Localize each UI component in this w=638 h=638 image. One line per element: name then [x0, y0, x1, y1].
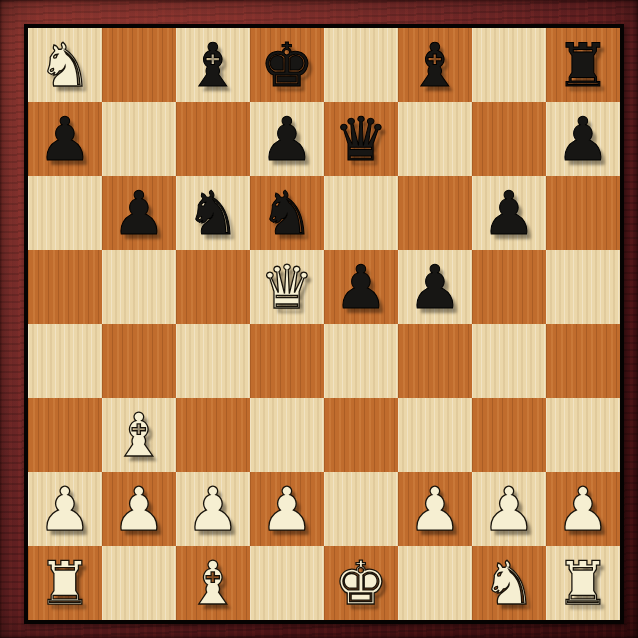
square-c8[interactable]: ♝ — [176, 28, 250, 102]
square-h1[interactable]: ♜ — [546, 546, 620, 620]
square-g7[interactable] — [472, 102, 546, 176]
square-b1[interactable] — [102, 546, 176, 620]
piece-white-pawn[interactable]: ♟ — [186, 479, 240, 539]
square-b6[interactable]: ♟ — [102, 176, 176, 250]
square-f5[interactable]: ♟ — [398, 250, 472, 324]
piece-black-knight[interactable]: ♞ — [186, 183, 240, 243]
piece-white-queen[interactable]: ♛ — [260, 257, 314, 317]
square-b2[interactable]: ♟ — [102, 472, 176, 546]
piece-white-rook[interactable]: ♜ — [556, 553, 610, 613]
piece-black-pawn[interactable]: ♟ — [112, 183, 166, 243]
square-f4[interactable] — [398, 324, 472, 398]
square-e3[interactable] — [324, 398, 398, 472]
square-f3[interactable] — [398, 398, 472, 472]
square-e4[interactable] — [324, 324, 398, 398]
square-h2[interactable]: ♟ — [546, 472, 620, 546]
piece-white-pawn[interactable]: ♟ — [260, 479, 314, 539]
square-f1[interactable] — [398, 546, 472, 620]
square-e7[interactable]: ♛ — [324, 102, 398, 176]
square-a5[interactable] — [28, 250, 102, 324]
piece-black-pawn[interactable]: ♟ — [408, 257, 462, 317]
square-f7[interactable] — [398, 102, 472, 176]
square-c6[interactable]: ♞ — [176, 176, 250, 250]
square-d1[interactable] — [250, 546, 324, 620]
piece-white-pawn[interactable]: ♟ — [112, 479, 166, 539]
square-d6[interactable]: ♞ — [250, 176, 324, 250]
piece-black-knight[interactable]: ♞ — [260, 183, 314, 243]
piece-white-king[interactable]: ♚ — [334, 553, 388, 613]
piece-white-pawn[interactable]: ♟ — [482, 479, 536, 539]
piece-black-pawn[interactable]: ♟ — [482, 183, 536, 243]
square-a8[interactable]: ♞ — [28, 28, 102, 102]
square-d5[interactable]: ♛ — [250, 250, 324, 324]
square-g2[interactable]: ♟ — [472, 472, 546, 546]
square-e2[interactable] — [324, 472, 398, 546]
square-d7[interactable]: ♟ — [250, 102, 324, 176]
square-h6[interactable] — [546, 176, 620, 250]
square-e8[interactable] — [324, 28, 398, 102]
square-a1[interactable]: ♜ — [28, 546, 102, 620]
square-c2[interactable]: ♟ — [176, 472, 250, 546]
piece-black-bishop[interactable]: ♝ — [408, 35, 462, 95]
square-h3[interactable] — [546, 398, 620, 472]
square-f6[interactable] — [398, 176, 472, 250]
square-a4[interactable] — [28, 324, 102, 398]
square-g5[interactable] — [472, 250, 546, 324]
piece-white-bishop[interactable]: ♝ — [186, 553, 240, 613]
square-b4[interactable] — [102, 324, 176, 398]
square-f8[interactable]: ♝ — [398, 28, 472, 102]
piece-white-knight[interactable]: ♞ — [38, 35, 92, 95]
square-g1[interactable]: ♞ — [472, 546, 546, 620]
square-f2[interactable]: ♟ — [398, 472, 472, 546]
square-e1[interactable]: ♚ — [324, 546, 398, 620]
piece-black-pawn[interactable]: ♟ — [334, 257, 388, 317]
piece-white-rook[interactable]: ♜ — [38, 553, 92, 613]
piece-black-pawn[interactable]: ♟ — [556, 109, 610, 169]
piece-white-pawn[interactable]: ♟ — [408, 479, 462, 539]
square-h7[interactable]: ♟ — [546, 102, 620, 176]
piece-black-pawn[interactable]: ♟ — [260, 109, 314, 169]
square-b8[interactable] — [102, 28, 176, 102]
square-g3[interactable] — [472, 398, 546, 472]
square-h8[interactable]: ♜ — [546, 28, 620, 102]
square-c7[interactable] — [176, 102, 250, 176]
piece-white-bishop[interactable]: ♝ — [112, 405, 166, 465]
square-g6[interactable]: ♟ — [472, 176, 546, 250]
piece-white-pawn[interactable]: ♟ — [38, 479, 92, 539]
square-b3[interactable]: ♝ — [102, 398, 176, 472]
square-a7[interactable]: ♟ — [28, 102, 102, 176]
square-e5[interactable]: ♟ — [324, 250, 398, 324]
square-c4[interactable] — [176, 324, 250, 398]
square-c3[interactable] — [176, 398, 250, 472]
square-g8[interactable] — [472, 28, 546, 102]
piece-black-queen[interactable]: ♛ — [334, 109, 388, 169]
piece-black-rook[interactable]: ♜ — [556, 35, 610, 95]
square-a2[interactable]: ♟ — [28, 472, 102, 546]
piece-black-pawn[interactable]: ♟ — [38, 109, 92, 169]
piece-white-pawn[interactable]: ♟ — [556, 479, 610, 539]
square-d8[interactable]: ♚ — [250, 28, 324, 102]
square-d3[interactable] — [250, 398, 324, 472]
chess-board: ♞♝♚♝♜♟♟♛♟♟♞♞♟♛♟♟♝♟♟♟♟♟♟♟♜♝♚♞♜ — [24, 24, 624, 624]
square-h4[interactable] — [546, 324, 620, 398]
square-d2[interactable]: ♟ — [250, 472, 324, 546]
piece-white-knight[interactable]: ♞ — [482, 553, 536, 613]
square-d4[interactable] — [250, 324, 324, 398]
square-e6[interactable] — [324, 176, 398, 250]
square-g4[interactable] — [472, 324, 546, 398]
square-c5[interactable] — [176, 250, 250, 324]
square-a3[interactable] — [28, 398, 102, 472]
square-b5[interactable] — [102, 250, 176, 324]
square-b7[interactable] — [102, 102, 176, 176]
board-frame: ♞♝♚♝♜♟♟♛♟♟♞♞♟♛♟♟♝♟♟♟♟♟♟♟♜♝♚♞♜ — [0, 0, 638, 638]
piece-black-bishop[interactable]: ♝ — [186, 35, 240, 95]
piece-black-king[interactable]: ♚ — [260, 35, 314, 95]
square-h5[interactable] — [546, 250, 620, 324]
square-c1[interactable]: ♝ — [176, 546, 250, 620]
square-a6[interactable] — [28, 176, 102, 250]
